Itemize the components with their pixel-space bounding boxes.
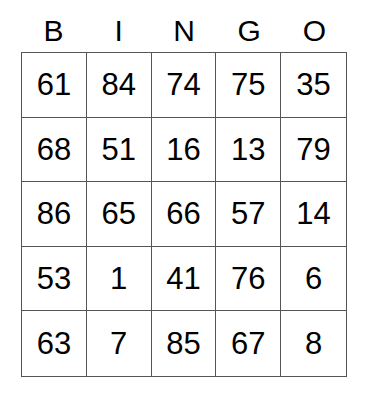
cell-r4c3[interactable]: 41: [152, 247, 217, 312]
cell-r5c3[interactable]: 85: [152, 311, 217, 376]
column-letter-i: I: [86, 0, 151, 52]
cell-r4c4[interactable]: 76: [216, 247, 281, 312]
cell-r4c1[interactable]: 53: [22, 247, 87, 312]
cell-r1c1[interactable]: 61: [22, 53, 87, 118]
cell-r3c4[interactable]: 57: [216, 182, 281, 247]
bingo-card: BINGO 6184747535685116137986656657145314…: [0, 0, 368, 400]
column-letter-g: G: [217, 0, 282, 52]
bingo-header: BINGO: [21, 0, 347, 52]
column-letter-o: O: [282, 0, 347, 52]
cell-r2c4[interactable]: 13: [216, 118, 281, 183]
column-letter-b: B: [21, 0, 86, 52]
cell-r3c2[interactable]: 65: [87, 182, 152, 247]
cell-r2c5[interactable]: 79: [281, 118, 346, 183]
column-letter-n: N: [151, 0, 216, 52]
cell-r1c5[interactable]: 35: [281, 53, 346, 118]
cell-r5c4[interactable]: 67: [216, 311, 281, 376]
cell-r3c5[interactable]: 14: [281, 182, 346, 247]
cell-r4c2[interactable]: 1: [87, 247, 152, 312]
cell-r5c2[interactable]: 7: [87, 311, 152, 376]
cell-r2c2[interactable]: 51: [87, 118, 152, 183]
cell-r1c2[interactable]: 84: [87, 53, 152, 118]
cell-r5c5[interactable]: 8: [281, 311, 346, 376]
cell-r1c4[interactable]: 75: [216, 53, 281, 118]
bingo-board: 6184747535685116137986656657145314176663…: [21, 52, 347, 377]
cell-r3c3[interactable]: 66: [152, 182, 217, 247]
cell-r1c3[interactable]: 74: [152, 53, 217, 118]
cell-r4c5[interactable]: 6: [281, 247, 346, 312]
cell-r2c3[interactable]: 16: [152, 118, 217, 183]
cell-r5c1[interactable]: 63: [22, 311, 87, 376]
cell-r2c1[interactable]: 68: [22, 118, 87, 183]
cell-r3c1[interactable]: 86: [22, 182, 87, 247]
